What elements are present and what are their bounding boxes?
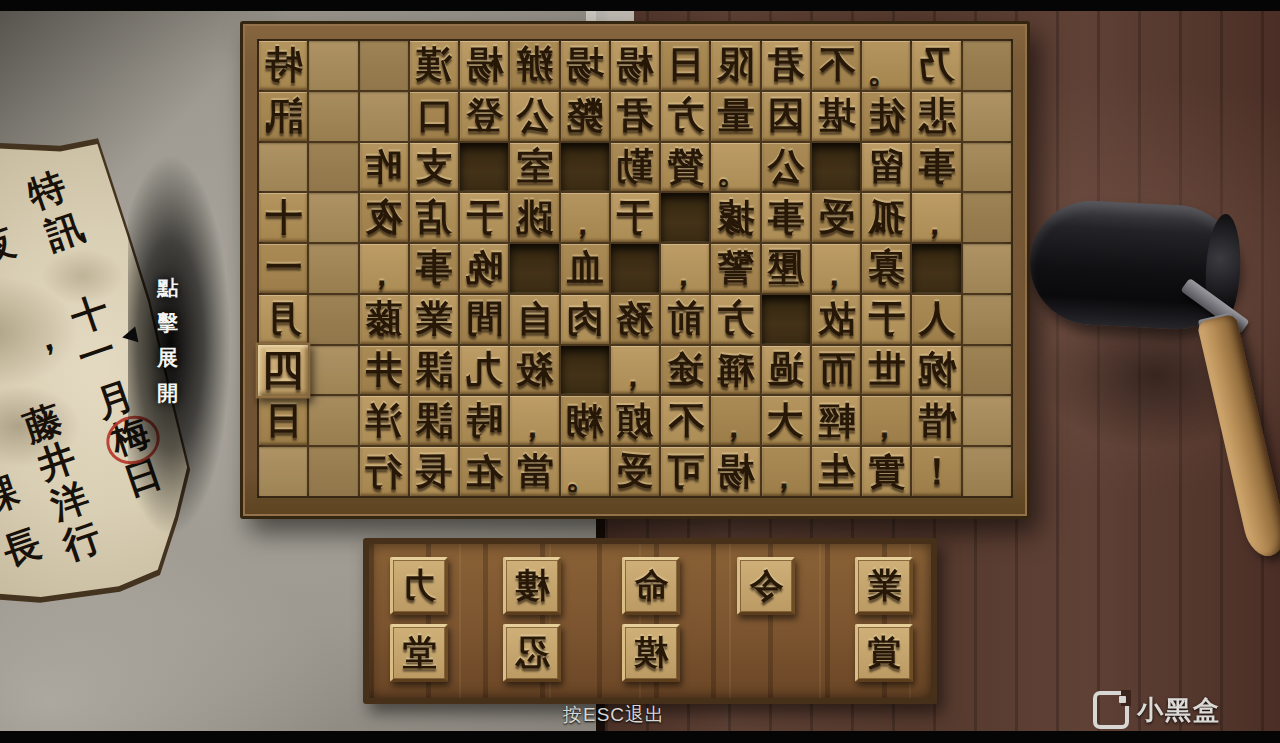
- plate-empty-slot[interactable]: [661, 193, 709, 242]
- plate-empty-cell: [309, 41, 357, 90]
- plate-type-tile[interactable]: 故: [812, 295, 860, 344]
- mirrored-type-glyph: 不: [667, 397, 704, 445]
- plate-type-tile[interactable]: 徒: [862, 92, 910, 141]
- mirrored-type-glyph: 方: [667, 92, 704, 140]
- mirrored-type-glyph: 悲: [918, 92, 955, 140]
- mirrored-type-glyph: ，: [515, 409, 549, 443]
- plate-type-tile[interactable]: 于: [460, 193, 508, 242]
- mirrored-type-glyph: 登: [466, 92, 503, 140]
- mirrored-type-glyph: 日: [667, 41, 704, 89]
- plate-empty-cell: [259, 143, 307, 192]
- plate-type-tile[interactable]: 特: [259, 41, 307, 90]
- mirrored-type-glyph: 辦: [516, 41, 553, 89]
- plate-type-tile[interactable]: 前: [661, 295, 709, 344]
- mirrored-type-glyph: ，: [767, 460, 801, 494]
- plate-type-tile[interactable]: 斃: [561, 92, 609, 141]
- mirrored-type-glyph: 一: [265, 244, 302, 292]
- plate-type-tile[interactable]: 。: [862, 41, 910, 90]
- mirrored-type-glyph: 漢: [415, 41, 452, 89]
- mirrored-type-glyph: 于: [616, 194, 653, 242]
- plate-type-tile[interactable]: 稱: [711, 346, 759, 395]
- plate-type-tile[interactable]: 口: [410, 92, 458, 141]
- mirrored-type-glyph: 事: [767, 194, 804, 242]
- mirrored-type-glyph: 可: [667, 448, 704, 496]
- plate-type-tile[interactable]: 公: [510, 92, 558, 141]
- heybox-watermark: 小黑盒: [1093, 691, 1221, 729]
- plate-type-tile[interactable]: 悲: [912, 92, 960, 141]
- mirrored-type-glyph: 楊: [466, 41, 503, 89]
- plate-type-tile[interactable]: 昨: [360, 143, 408, 192]
- plate-type-tile[interactable]: 留: [862, 143, 910, 192]
- mirrored-type-glyph: 十: [265, 194, 302, 242]
- hint-char: 開: [157, 379, 178, 407]
- plate-type-tile[interactable]: 堪: [812, 92, 860, 141]
- mirrored-type-glyph: 間: [466, 295, 503, 343]
- mirrored-type-glyph: 惜: [918, 397, 955, 445]
- mirrored-type-glyph: 寡: [868, 244, 905, 292]
- tray-type-block[interactable]: 令: [737, 557, 795, 615]
- plate-type-tile[interactable]: 血: [561, 244, 609, 293]
- mirrored-type-glyph: 訊: [265, 92, 302, 140]
- plate-empty-cell: [309, 447, 357, 496]
- mirrored-type-glyph: 故: [818, 295, 855, 343]
- plate-type-tile[interactable]: 四: [256, 342, 311, 398]
- plate-type-tile[interactable]: 肉: [561, 295, 609, 344]
- letterbox-top: [0, 0, 1280, 11]
- plate-empty-slot[interactable]: [561, 143, 609, 192]
- logo-dot: [1119, 696, 1126, 703]
- plate-empty-cell: [963, 295, 1011, 344]
- plate-type-tile[interactable]: 辦: [510, 41, 558, 90]
- plate-type-tile[interactable]: 贊: [661, 143, 709, 192]
- mirrored-type-glyph: 斃: [566, 92, 603, 140]
- plate-empty-slot[interactable]: [912, 244, 960, 293]
- tray-type-block[interactable]: 賞: [855, 624, 913, 682]
- plate-type-tile[interactable]: 業: [410, 295, 458, 344]
- mirrored-type-glyph: 輕: [818, 397, 855, 445]
- mirrored-type-glyph: 。: [716, 155, 750, 189]
- mirrored-type-glyph: 世: [868, 346, 905, 394]
- mirrored-type-glyph: ，: [867, 409, 901, 443]
- plate-empty-slot[interactable]: [611, 244, 659, 293]
- plate-type-tile[interactable]: 因: [762, 92, 810, 141]
- mirrored-type-glyph: 生: [818, 448, 855, 496]
- plate-empty-cell: [963, 244, 1011, 293]
- mirrored-type-glyph: 楊: [717, 448, 754, 496]
- tray-type-block[interactable]: 堂: [390, 624, 448, 682]
- plate-type-tile[interactable]: 訊: [259, 92, 307, 141]
- mirrored-type-glyph: 長: [415, 448, 452, 496]
- plate-type-tile[interactable]: 事: [410, 244, 458, 293]
- mirrored-type-glyph: 務: [616, 295, 653, 343]
- mirrored-type-glyph: 在: [466, 448, 503, 496]
- mirrored-type-glyph: 壓: [767, 244, 804, 292]
- mirrored-type-glyph: 據: [717, 194, 754, 242]
- mirrored-type-glyph: 昨: [365, 143, 402, 191]
- plate-type-tile[interactable]: 行: [360, 447, 408, 496]
- mirrored-type-glyph: 時: [466, 397, 503, 445]
- mirrored-type-glyph: 公: [767, 143, 804, 191]
- plate-type-tile[interactable]: 月: [259, 295, 307, 344]
- type-plate: 特漢楊辦場楊日限君不。乃訊口登公斃君方量因堪徒悲昨支室勤贊。公留事十夜店于跳，于…: [240, 21, 1030, 519]
- mirrored-type-glyph: 大: [767, 397, 804, 445]
- plate-type-tile[interactable]: 不: [661, 396, 709, 445]
- hint-char: 點: [157, 274, 178, 302]
- hint-shadow: [128, 148, 240, 618]
- mirrored-type-glyph: 。: [867, 54, 901, 88]
- mirrored-type-glyph: 店: [415, 194, 452, 242]
- plate-type-tile[interactable]: 店: [410, 193, 458, 242]
- letterbox-bottom: [0, 731, 1280, 743]
- mirrored-type-glyph: 堂: [402, 633, 436, 673]
- plate-empty-cell: [309, 92, 357, 141]
- plate-type-tile[interactable]: 事: [762, 193, 810, 242]
- plate-type-tile[interactable]: 殺: [510, 346, 558, 395]
- plate-type-tile[interactable]: 過: [762, 346, 810, 395]
- plate-type-tile[interactable]: 事: [912, 143, 960, 192]
- mirrored-type-glyph: ，: [716, 409, 750, 443]
- plate-empty-cell: [309, 193, 357, 242]
- plate-empty-cell: [963, 92, 1011, 141]
- plate-type-tile[interactable]: 室: [510, 143, 558, 192]
- plate-type-tile[interactable]: 自: [510, 295, 558, 344]
- plate-type-tile[interactable]: ，: [711, 396, 759, 445]
- mirrored-type-glyph: 自: [516, 295, 553, 343]
- mirrored-type-glyph: 徒: [868, 92, 905, 140]
- plate-empty-cell: [309, 396, 357, 445]
- mirrored-type-glyph: 量: [717, 92, 754, 140]
- mirrored-type-glyph: 九: [466, 346, 503, 394]
- plate-empty-cell: [963, 447, 1011, 496]
- plate-type-tile[interactable]: 而: [812, 346, 860, 395]
- mirrored-type-glyph: 受: [818, 194, 855, 242]
- plate-type-tile[interactable]: 輕: [812, 396, 860, 445]
- plate-type-tile[interactable]: 在: [460, 447, 508, 496]
- hint-char: 擊: [157, 309, 178, 337]
- tray-type-block[interactable]: 力: [390, 557, 448, 615]
- plate-type-tile[interactable]: 糊: [561, 396, 609, 445]
- plate-type-tile[interactable]: 壓: [762, 244, 810, 293]
- plate-empty-cell: [963, 346, 1011, 395]
- mirrored-type-glyph: 業: [415, 295, 452, 343]
- plate-type-tile[interactable]: 于: [611, 193, 659, 242]
- plate-empty-cell: [963, 193, 1011, 242]
- plate-type-tile[interactable]: 受: [611, 447, 659, 496]
- mirrored-type-glyph: 力: [402, 566, 436, 606]
- mirrored-type-glyph: 于: [466, 194, 503, 242]
- plate-type-tile[interactable]: 寡: [862, 244, 910, 293]
- plate-empty-cell: [963, 41, 1011, 90]
- plate-type-tile[interactable]: 楊: [711, 447, 759, 496]
- plate-type-tile[interactable]: 井: [360, 346, 408, 395]
- plate-type-tile[interactable]: 勤: [611, 143, 659, 192]
- mirrored-type-glyph: 實: [868, 448, 905, 496]
- mirrored-type-glyph: 糊: [566, 397, 603, 445]
- mirrored-type-glyph: 頗: [616, 397, 653, 445]
- plate-type-tile[interactable]: ，: [812, 244, 860, 293]
- plate-type-tile[interactable]: 公: [762, 143, 810, 192]
- mirrored-type-glyph: ，: [365, 257, 399, 291]
- plate-type-tile[interactable]: 。: [561, 447, 609, 496]
- plate-type-tile[interactable]: 可: [661, 447, 709, 496]
- game-screen: 特訊十一月梅日夜，藤井洋行課長 點擊展開 特漢楊辦場楊日限君不。乃訊口登公斃君方…: [0, 0, 1280, 743]
- mirrored-type-glyph: 不: [818, 41, 855, 89]
- mirrored-type-glyph: 業: [867, 566, 901, 606]
- plate-type-tile[interactable]: 君: [611, 92, 659, 141]
- mirrored-type-glyph: 課: [415, 346, 452, 394]
- plate-empty-cell: [963, 143, 1011, 192]
- mirrored-type-glyph: 稱: [717, 346, 754, 394]
- plate-type-tile[interactable]: 楊: [611, 41, 659, 90]
- mirrored-type-glyph: 四: [262, 343, 304, 398]
- plate-type-tile[interactable]: 晚: [460, 244, 508, 293]
- plate-empty-slot[interactable]: [762, 295, 810, 344]
- plate-type-tile[interactable]: 夜: [360, 193, 408, 242]
- mirrored-type-glyph: 口: [415, 92, 452, 140]
- plate-empty-cell: [963, 396, 1011, 445]
- plate-type-tile[interactable]: 惋: [912, 346, 960, 395]
- mirrored-type-glyph: 君: [616, 92, 653, 140]
- mirrored-type-glyph: 支: [415, 143, 452, 191]
- mirrored-type-glyph: 而: [818, 346, 855, 394]
- mirrored-type-glyph: 君: [767, 41, 804, 89]
- plate-type-tile[interactable]: 君: [762, 41, 810, 90]
- mirrored-type-glyph: 堪: [818, 92, 855, 140]
- mirrored-type-glyph: 公: [516, 92, 553, 140]
- mirrored-type-glyph: ，: [566, 206, 600, 240]
- mirrored-type-glyph: 警: [717, 244, 754, 292]
- plate-type-tile[interactable]: 惜: [912, 396, 960, 445]
- mirrored-type-glyph: 忍: [515, 633, 549, 673]
- plate-empty-cell: [259, 447, 307, 496]
- plate-type-tile[interactable]: 漢: [410, 41, 458, 90]
- mirrored-type-glyph: 受: [616, 448, 653, 496]
- mirrored-type-glyph: 孤: [868, 194, 905, 242]
- mirrored-type-glyph: 事: [415, 244, 452, 292]
- mirrored-type-glyph: 楊: [616, 41, 653, 89]
- plate-type-tile[interactable]: 不: [812, 41, 860, 90]
- plate-type-tile[interactable]: 洋: [360, 396, 408, 445]
- plate-empty-cell: [309, 143, 357, 192]
- plate-type-tile[interactable]: 務: [611, 295, 659, 344]
- hint-char: 展: [157, 344, 178, 372]
- mirrored-type-glyph: 惋: [918, 346, 955, 394]
- plate-type-tile[interactable]: ，: [862, 396, 910, 445]
- plate-type-tile[interactable]: 據: [711, 193, 759, 242]
- mirrored-type-glyph: 月: [265, 295, 302, 343]
- plate-type-tile[interactable]: 于: [862, 295, 910, 344]
- plate-type-tile[interactable]: 當: [510, 447, 558, 496]
- plate-type-tile[interactable]: 課: [410, 396, 458, 445]
- plate-type-tile[interactable]: 支: [410, 143, 458, 192]
- mirrored-type-glyph: 方: [717, 295, 754, 343]
- plate-type-tile[interactable]: ！: [912, 447, 960, 496]
- plate-type-tile[interactable]: 登: [460, 92, 508, 141]
- mirrored-type-glyph: 前: [667, 295, 704, 343]
- plate-type-tile[interactable]: 。: [711, 143, 759, 192]
- heybox-logo-text: 小黑盒: [1137, 693, 1221, 728]
- tray-type-block[interactable]: 模: [622, 624, 680, 682]
- plate-type-tile[interactable]: ，: [762, 447, 810, 496]
- mirrored-type-glyph: 乃: [918, 41, 955, 89]
- mirrored-type-glyph: 令: [749, 566, 783, 606]
- plate-type-tile[interactable]: 生: [812, 447, 860, 496]
- mirrored-type-glyph: 行: [365, 448, 402, 496]
- mirrored-type-glyph: 室: [516, 143, 553, 191]
- mirrored-type-glyph: 跳: [516, 194, 553, 242]
- plate-empty-cell: [360, 92, 408, 141]
- plate-type-tile[interactable]: 限: [711, 41, 759, 90]
- mirrored-type-glyph: ，: [817, 257, 851, 291]
- plate-type-tile[interactable]: 途: [661, 346, 709, 395]
- mirrored-type-glyph: 。: [566, 460, 600, 494]
- plate-empty-cell: [360, 41, 408, 90]
- mirrored-type-glyph: 途: [667, 346, 704, 394]
- mirrored-type-glyph: 事: [918, 143, 955, 191]
- plate-type-tile[interactable]: ，: [510, 396, 558, 445]
- tray-type-block[interactable]: 忍: [503, 624, 561, 682]
- plate-type-tile[interactable]: 受: [812, 193, 860, 242]
- expand-hint-label[interactable]: 點擊展開: [157, 274, 178, 407]
- mirrored-type-glyph: 勤: [616, 143, 653, 191]
- mirrored-type-glyph: 當: [516, 448, 553, 496]
- type-grid: 特漢楊辦場楊日限君不。乃訊口登公斃君方量因堪徒悲昨支室勤贊。公留事十夜店于跳，于…: [257, 39, 1013, 498]
- plate-type-tile[interactable]: 人: [912, 295, 960, 344]
- expand-arrow-icon[interactable]: [121, 327, 139, 346]
- esc-exit-hint: 按ESC退出: [563, 702, 665, 728]
- plate-type-tile[interactable]: 量: [711, 92, 759, 141]
- plate-type-tile[interactable]: 楊: [460, 41, 508, 90]
- plate-type-tile[interactable]: 方: [711, 295, 759, 344]
- mirrored-type-glyph: ，: [917, 206, 951, 240]
- mirrored-type-glyph: 樓: [515, 566, 549, 606]
- mirrored-type-glyph: 晚: [466, 244, 503, 292]
- plate-type-tile[interactable]: 大: [762, 396, 810, 445]
- plate-type-tile[interactable]: ，: [661, 244, 709, 293]
- mirrored-type-glyph: 限: [717, 41, 754, 89]
- mirrored-type-glyph: 特: [265, 41, 302, 89]
- plate-type-tile[interactable]: 時: [460, 396, 508, 445]
- plate-type-tile[interactable]: 九: [460, 346, 508, 395]
- plate-type-tile[interactable]: 日: [661, 41, 709, 90]
- plate-type-tile[interactable]: 一: [259, 244, 307, 293]
- mirrored-type-glyph: 殺: [516, 346, 553, 394]
- mirrored-type-glyph: 肉: [566, 295, 603, 343]
- mirrored-type-glyph: 血: [566, 244, 603, 292]
- plate-type-tile[interactable]: 課: [410, 346, 458, 395]
- plate-type-tile[interactable]: ，: [561, 193, 609, 242]
- plate-type-tile[interactable]: 藤: [360, 295, 408, 344]
- mirrored-type-glyph: 留: [868, 143, 905, 191]
- mirrored-type-glyph: 夜: [365, 194, 402, 242]
- mirrored-type-glyph: ，: [666, 257, 700, 291]
- plate-type-tile[interactable]: ，: [611, 346, 659, 395]
- mirrored-type-glyph: 藤: [365, 295, 402, 343]
- mirrored-type-glyph: 過: [767, 346, 804, 394]
- plate-type-tile[interactable]: 警: [711, 244, 759, 293]
- plate-empty-slot[interactable]: [460, 143, 508, 192]
- mirrored-type-glyph: 賞: [867, 633, 901, 673]
- plate-type-tile[interactable]: ，: [912, 193, 960, 242]
- plate-type-tile[interactable]: 頗: [611, 396, 659, 445]
- plate-empty-cell: [309, 295, 357, 344]
- mirrored-type-glyph: 于: [868, 295, 905, 343]
- plate-type-tile[interactable]: 十: [259, 193, 307, 242]
- plate-type-tile[interactable]: 乃: [912, 41, 960, 90]
- plate-type-tile[interactable]: 場: [561, 41, 609, 90]
- plate-type-tile[interactable]: 長: [410, 447, 458, 496]
- plate-type-tile[interactable]: 日: [259, 396, 307, 445]
- mirrored-type-glyph: 命: [634, 566, 668, 606]
- mirrored-type-glyph: 因: [767, 92, 804, 140]
- tray-type-block[interactable]: 命: [622, 557, 680, 615]
- mirrored-type-glyph: ！: [918, 448, 955, 496]
- tray-type-block[interactable]: 業: [855, 557, 913, 615]
- plate-type-tile[interactable]: 世: [862, 346, 910, 395]
- mirrored-type-glyph: 洋: [365, 397, 402, 445]
- mirrored-type-glyph: 贊: [667, 143, 704, 191]
- plate-type-tile[interactable]: 實: [862, 447, 910, 496]
- plate-type-tile[interactable]: 間: [460, 295, 508, 344]
- mirrored-type-glyph: 場: [566, 41, 603, 89]
- mirrored-type-glyph: ，: [616, 358, 650, 392]
- plate-type-tile[interactable]: ，: [360, 244, 408, 293]
- plate-type-tile[interactable]: 方: [661, 92, 709, 141]
- plate-type-tile[interactable]: 孤: [862, 193, 910, 242]
- spare-type-tray: 力樓命令業堂忍模賞: [363, 538, 937, 704]
- heybox-logo-icon: [1093, 691, 1129, 729]
- mirrored-type-glyph: 課: [415, 397, 452, 445]
- plate-type-tile[interactable]: 跳: [510, 193, 558, 242]
- plate-empty-cell: [309, 244, 357, 293]
- mirrored-type-glyph: 井: [365, 346, 402, 394]
- plate-empty-slot[interactable]: [510, 244, 558, 293]
- mirrored-type-glyph: 模: [634, 633, 668, 673]
- plate-empty-slot[interactable]: [561, 346, 609, 395]
- plate-empty-cell: [309, 346, 357, 395]
- plate-empty-slot[interactable]: [812, 143, 860, 192]
- mirrored-type-glyph: 日: [265, 397, 302, 445]
- tray-type-block[interactable]: 樓: [503, 557, 561, 615]
- mirrored-type-glyph: 人: [918, 295, 955, 343]
